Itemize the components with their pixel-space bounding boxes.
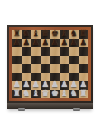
square-d4[interactable] [41, 64, 51, 73]
piece-white-rook: ♜ [79, 88, 89, 97]
hinge-icon [73, 108, 80, 111]
box-front-side [7, 103, 93, 109]
square-c4[interactable] [31, 64, 41, 73]
board-border: ♜♞♝♛♚♝♞♜♟♟♟♟♟♟♟♟♟♟♟♟♟♟♟♟♜♞♝♛♚♝♞♜ [9, 27, 91, 101]
chess-board: ♜♞♝♛♚♝♞♜♟♟♟♟♟♟♟♟♟♟♟♟♟♟♟♟♜♞♝♛♚♝♞♜ [12, 30, 88, 98]
square-h6[interactable] [79, 47, 89, 56]
piece-white-rook: ♜ [12, 88, 22, 97]
square-c5[interactable] [31, 56, 41, 65]
square-b4[interactable] [22, 64, 32, 73]
square-e4[interactable] [50, 64, 60, 73]
square-b6[interactable] [22, 47, 32, 56]
chess-box: ♜♞♝♛♚♝♞♜♟♟♟♟♟♟♟♟♟♟♟♟♟♟♟♟♜♞♝♛♚♝♞♜ [7, 25, 93, 109]
square-g1[interactable]: ♞ [69, 90, 79, 99]
board-frame: ♜♞♝♛♚♝♞♜♟♟♟♟♟♟♟♟♟♟♟♟♟♟♟♟♜♞♝♛♚♝♞♜ [7, 25, 93, 103]
piece-white-queen: ♛ [41, 88, 51, 97]
square-d1[interactable]: ♛ [41, 90, 51, 99]
piece-black-pawn: ♟ [12, 37, 22, 46]
square-c6[interactable] [31, 47, 41, 56]
piece-black-pawn: ♟ [31, 37, 41, 46]
square-c7[interactable]: ♟ [31, 39, 41, 48]
square-b1[interactable]: ♞ [22, 90, 32, 99]
square-d6[interactable] [41, 47, 51, 56]
hinge-icon [18, 108, 25, 111]
square-f6[interactable] [60, 47, 70, 56]
piece-black-pawn: ♟ [50, 37, 60, 46]
piece-black-pawn: ♟ [79, 37, 89, 46]
square-a1[interactable]: ♜ [12, 90, 22, 99]
square-g7[interactable]: ♟ [69, 39, 79, 48]
square-a5[interactable] [12, 56, 22, 65]
square-e5[interactable] [50, 56, 60, 65]
square-d7[interactable]: ♟ [41, 39, 51, 48]
product-photo: ♜♞♝♛♚♝♞♜♟♟♟♟♟♟♟♟♟♟♟♟♟♟♟♟♜♞♝♛♚♝♞♜ [0, 0, 100, 133]
piece-black-pawn: ♟ [69, 37, 79, 46]
piece-white-knight: ♞ [69, 88, 79, 97]
square-f5[interactable] [60, 56, 70, 65]
square-e1[interactable]: ♚ [50, 90, 60, 99]
square-f4[interactable] [60, 64, 70, 73]
square-a7[interactable]: ♟ [12, 39, 22, 48]
square-d5[interactable] [41, 56, 51, 65]
square-c1[interactable]: ♝ [31, 90, 41, 99]
square-e6[interactable] [50, 47, 60, 56]
square-f7[interactable]: ♟ [60, 39, 70, 48]
piece-white-bishop: ♝ [60, 88, 70, 97]
square-b5[interactable] [22, 56, 32, 65]
square-g5[interactable] [69, 56, 79, 65]
square-a6[interactable] [12, 47, 22, 56]
square-a4[interactable] [12, 64, 22, 73]
piece-white-bishop: ♝ [31, 88, 41, 97]
piece-black-pawn: ♟ [41, 37, 51, 46]
square-h1[interactable]: ♜ [79, 90, 89, 99]
square-h7[interactable]: ♟ [79, 39, 89, 48]
piece-black-pawn: ♟ [22, 37, 32, 46]
piece-black-pawn: ♟ [60, 37, 70, 46]
square-h4[interactable] [79, 64, 89, 73]
square-g6[interactable] [69, 47, 79, 56]
square-b7[interactable]: ♟ [22, 39, 32, 48]
square-h5[interactable] [79, 56, 89, 65]
piece-white-king: ♚ [50, 88, 60, 97]
square-e7[interactable]: ♟ [50, 39, 60, 48]
square-g4[interactable] [69, 64, 79, 73]
piece-white-knight: ♞ [22, 88, 32, 97]
square-f1[interactable]: ♝ [60, 90, 70, 99]
